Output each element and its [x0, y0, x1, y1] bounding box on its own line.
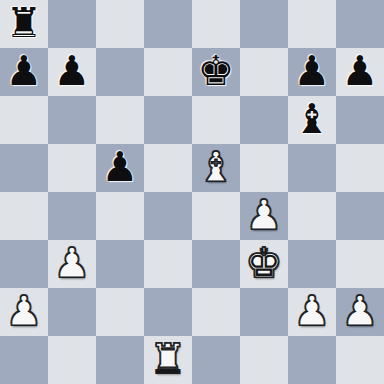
- piece-white-pawn[interactable]: ♟: [288, 288, 336, 336]
- square-e6[interactable]: [192, 96, 240, 144]
- piece-white-bishop[interactable]: ♝: [192, 144, 240, 192]
- square-h5[interactable]: [336, 144, 384, 192]
- square-a3[interactable]: [0, 240, 48, 288]
- square-b5[interactable]: [48, 144, 96, 192]
- square-h7[interactable]: ♟: [336, 48, 384, 96]
- piece-black-rook[interactable]: ♜: [0, 0, 48, 48]
- square-f8[interactable]: [240, 0, 288, 48]
- piece-white-pawn[interactable]: ♟: [336, 288, 384, 336]
- piece-white-pawn[interactable]: ♟: [0, 288, 48, 336]
- square-c8[interactable]: [96, 0, 144, 48]
- square-b4[interactable]: [48, 192, 96, 240]
- square-g6[interactable]: ♝: [288, 96, 336, 144]
- square-g2[interactable]: ♟: [288, 288, 336, 336]
- square-c1[interactable]: [96, 336, 144, 384]
- square-g3[interactable]: [288, 240, 336, 288]
- square-h8[interactable]: [336, 0, 384, 48]
- square-a5[interactable]: [0, 144, 48, 192]
- square-e4[interactable]: [192, 192, 240, 240]
- square-d8[interactable]: [144, 0, 192, 48]
- piece-white-king[interactable]: ♚: [240, 240, 288, 288]
- square-g1[interactable]: [288, 336, 336, 384]
- square-c2[interactable]: [96, 288, 144, 336]
- square-b2[interactable]: [48, 288, 96, 336]
- square-a4[interactable]: [0, 192, 48, 240]
- square-d1[interactable]: ♜: [144, 336, 192, 384]
- square-c6[interactable]: [96, 96, 144, 144]
- piece-black-pawn[interactable]: ♟: [96, 144, 144, 192]
- square-h2[interactable]: ♟: [336, 288, 384, 336]
- square-g4[interactable]: [288, 192, 336, 240]
- square-h3[interactable]: [336, 240, 384, 288]
- piece-white-pawn[interactable]: ♟: [240, 192, 288, 240]
- square-f1[interactable]: [240, 336, 288, 384]
- square-e2[interactable]: [192, 288, 240, 336]
- square-d7[interactable]: [144, 48, 192, 96]
- square-d3[interactable]: [144, 240, 192, 288]
- piece-black-king[interactable]: ♚: [192, 48, 240, 96]
- square-b6[interactable]: [48, 96, 96, 144]
- square-f4[interactable]: ♟: [240, 192, 288, 240]
- square-a1[interactable]: [0, 336, 48, 384]
- square-c4[interactable]: [96, 192, 144, 240]
- square-e7[interactable]: ♚: [192, 48, 240, 96]
- piece-black-pawn[interactable]: ♟: [336, 48, 384, 96]
- square-e3[interactable]: [192, 240, 240, 288]
- square-d6[interactable]: [144, 96, 192, 144]
- square-a8[interactable]: ♜: [0, 0, 48, 48]
- square-f7[interactable]: [240, 48, 288, 96]
- square-b1[interactable]: [48, 336, 96, 384]
- square-d5[interactable]: [144, 144, 192, 192]
- square-g8[interactable]: [288, 0, 336, 48]
- square-f2[interactable]: [240, 288, 288, 336]
- piece-white-pawn[interactable]: ♟: [48, 240, 96, 288]
- square-a6[interactable]: [0, 96, 48, 144]
- square-e8[interactable]: [192, 0, 240, 48]
- square-f6[interactable]: [240, 96, 288, 144]
- square-f5[interactable]: [240, 144, 288, 192]
- piece-black-pawn[interactable]: ♟: [0, 48, 48, 96]
- piece-white-rook[interactable]: ♜: [144, 336, 192, 384]
- square-b3[interactable]: ♟: [48, 240, 96, 288]
- square-c5[interactable]: ♟: [96, 144, 144, 192]
- square-b7[interactable]: ♟: [48, 48, 96, 96]
- chess-board: ♜♟♟♚♟♟♝♟♝♟♟♚♟♟♟♜: [0, 0, 384, 384]
- piece-black-pawn[interactable]: ♟: [48, 48, 96, 96]
- square-c3[interactable]: [96, 240, 144, 288]
- square-d4[interactable]: [144, 192, 192, 240]
- square-h4[interactable]: [336, 192, 384, 240]
- square-e5[interactable]: ♝: [192, 144, 240, 192]
- square-g5[interactable]: [288, 144, 336, 192]
- square-f3[interactable]: ♚: [240, 240, 288, 288]
- piece-black-pawn[interactable]: ♟: [288, 48, 336, 96]
- square-c7[interactable]: [96, 48, 144, 96]
- square-g7[interactable]: ♟: [288, 48, 336, 96]
- square-a2[interactable]: ♟: [0, 288, 48, 336]
- piece-black-bishop[interactable]: ♝: [288, 96, 336, 144]
- square-e1[interactable]: [192, 336, 240, 384]
- square-b8[interactable]: [48, 0, 96, 48]
- square-h6[interactable]: [336, 96, 384, 144]
- square-d2[interactable]: [144, 288, 192, 336]
- square-a7[interactable]: ♟: [0, 48, 48, 96]
- square-h1[interactable]: [336, 336, 384, 384]
